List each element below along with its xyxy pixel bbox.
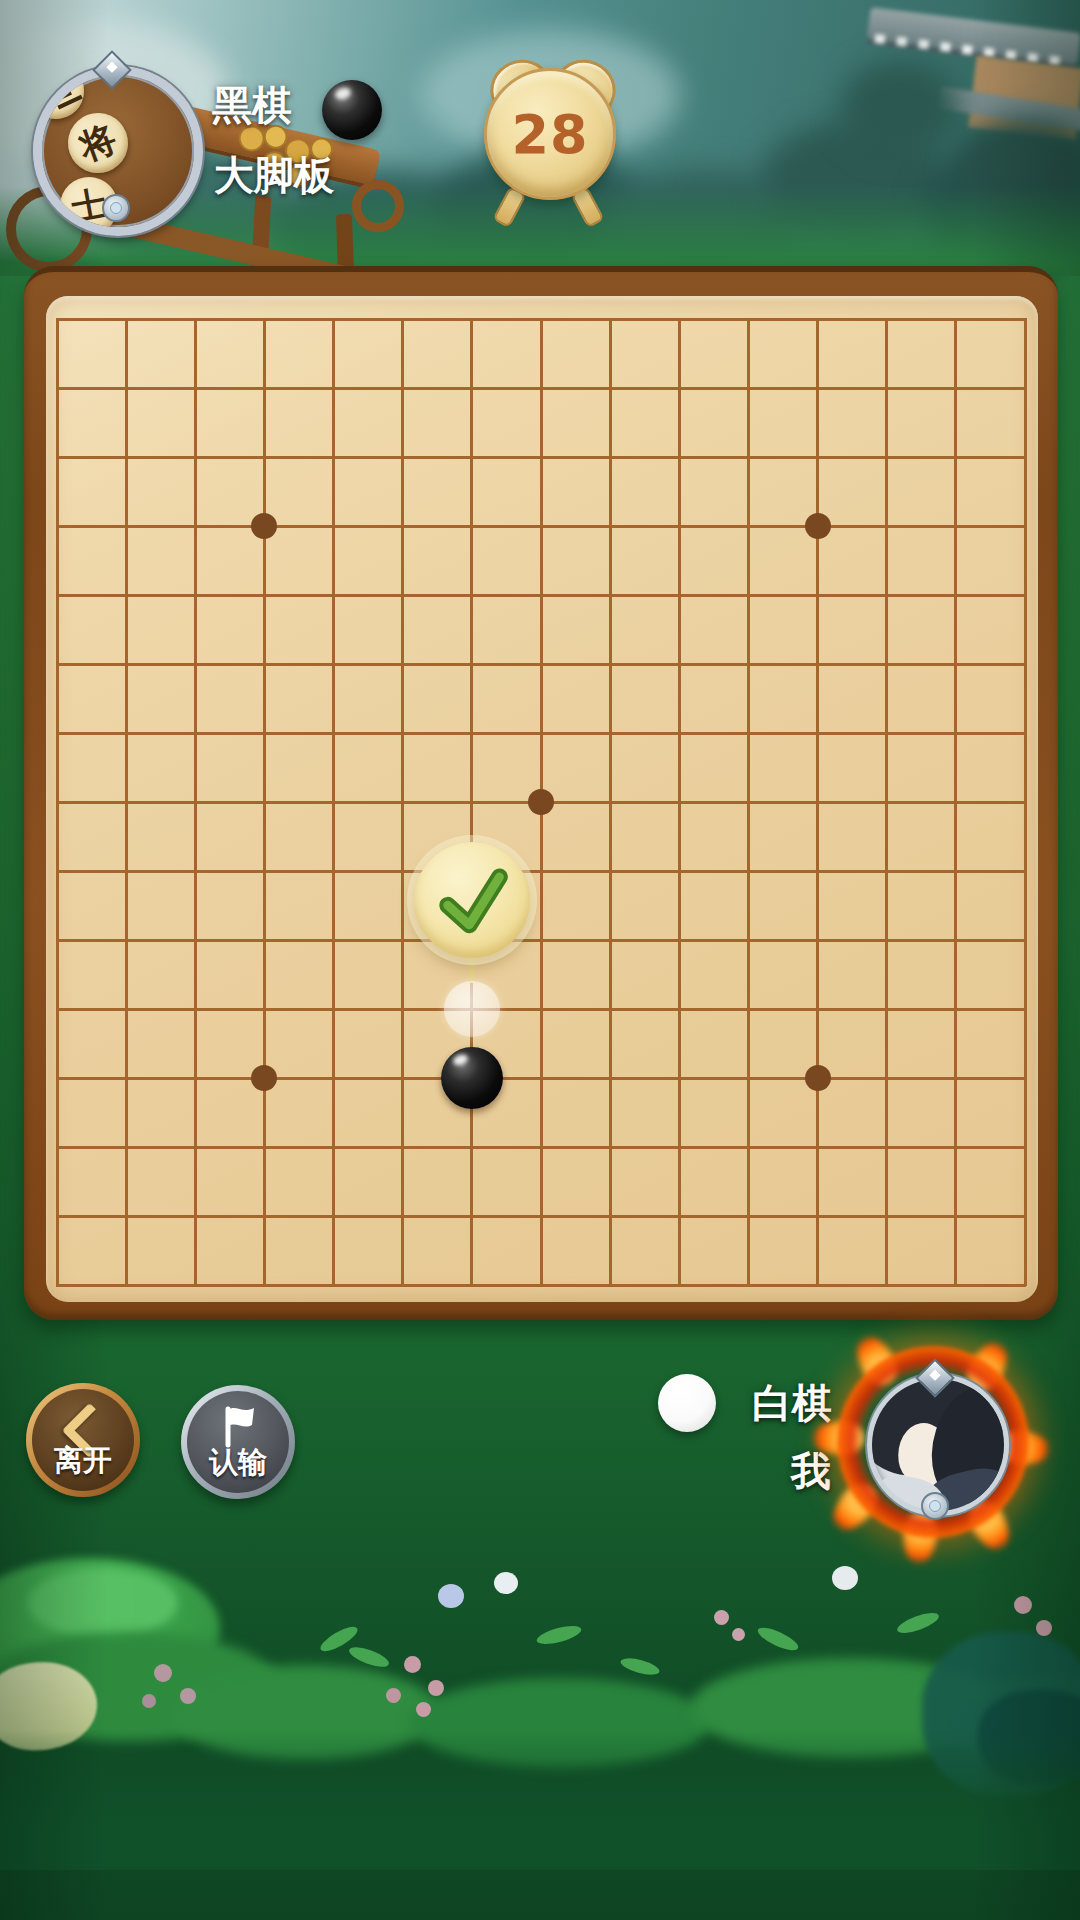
star-point <box>251 513 277 539</box>
foliage-blob <box>840 60 960 155</box>
opponent-name: 大脚板 <box>214 154 334 196</box>
leaf-sprig <box>535 1622 583 1647</box>
black-stone <box>441 1047 503 1109</box>
pink-flower <box>732 1628 745 1641</box>
grid-line <box>609 318 612 1286</box>
white-flower <box>494 1572 518 1594</box>
leaf-sprig <box>895 1609 941 1637</box>
avatar-bottom-gem <box>102 194 130 222</box>
grid-line <box>56 1215 1026 1218</box>
my-avatar[interactable] <box>823 1332 1043 1552</box>
black-stone-indicator-icon <box>322 80 382 140</box>
grid-line <box>56 1008 1026 1011</box>
grid-line <box>56 870 1026 873</box>
resign-button-face: 认输 <box>187 1391 289 1493</box>
confirm-move-button[interactable] <box>414 842 530 958</box>
grid-line <box>747 318 750 1286</box>
pink-flower <box>416 1702 431 1717</box>
star-point <box>805 1065 831 1091</box>
board-grid[interactable] <box>57 319 1025 1285</box>
xiangqi-piece-jiang: 将 <box>60 105 137 182</box>
pink-flower <box>428 1680 444 1696</box>
resign-button[interactable]: 认输 <box>181 1385 295 1499</box>
leave-button-face: 离开 <box>32 1389 134 1491</box>
pink-flower <box>714 1610 729 1625</box>
opponent-side-label: 黑棋 <box>212 84 292 126</box>
star-point <box>805 513 831 539</box>
grid-line <box>56 1077 1026 1080</box>
grid-line <box>56 1284 1026 1287</box>
game-board[interactable] <box>46 296 1038 1302</box>
pagoda-roof <box>867 7 1080 65</box>
pending-white-stone[interactable] <box>444 981 500 1037</box>
my-side-label: 白棋 <box>752 1382 832 1424</box>
leaf-sprig <box>619 1655 661 1678</box>
avatar-bottom-gem <box>921 1492 949 1520</box>
grid-line <box>1024 318 1027 1286</box>
grid-line <box>56 1146 1026 1149</box>
pink-flower <box>386 1688 401 1703</box>
clock-face: 28 <box>484 68 616 200</box>
foreground-vegetation <box>0 1540 1080 1920</box>
blue-flower <box>438 1584 464 1608</box>
timer-seconds: 28 <box>511 103 588 166</box>
pink-flower <box>1014 1596 1032 1614</box>
grid-line <box>954 318 957 1286</box>
ground-shadow <box>0 1730 1080 1870</box>
checkmark-icon <box>425 853 519 947</box>
white-flower <box>832 1566 858 1590</box>
pink-flower <box>404 1656 421 1673</box>
grid-line <box>885 318 888 1286</box>
grid-line <box>56 939 1026 942</box>
leave-button-label: 离开 <box>32 1441 134 1481</box>
star-point <box>528 789 554 815</box>
leave-button[interactable]: 离开 <box>26 1383 140 1497</box>
bush-highlight <box>28 1568 178 1638</box>
leaf-sprig <box>347 1643 391 1671</box>
board-frame <box>24 266 1058 1320</box>
grid-line <box>678 318 681 1286</box>
gomoku-match-screen: 将 士 黑棋 大脚板 28 <box>0 0 1080 1920</box>
white-stone-indicator-icon <box>658 1374 716 1432</box>
leaf-sprig <box>755 1623 801 1654</box>
grid-line <box>816 318 819 1286</box>
mauve-flower <box>142 1694 156 1708</box>
foliage-blob <box>955 118 1080 213</box>
star-point <box>251 1065 277 1091</box>
mauve-flower <box>154 1664 172 1682</box>
resign-button-label: 认输 <box>187 1443 289 1483</box>
cart-scroll-curl <box>352 180 404 232</box>
mauve-flower <box>180 1688 196 1704</box>
move-timer: 28 <box>474 50 624 230</box>
pink-flower <box>1036 1620 1052 1636</box>
